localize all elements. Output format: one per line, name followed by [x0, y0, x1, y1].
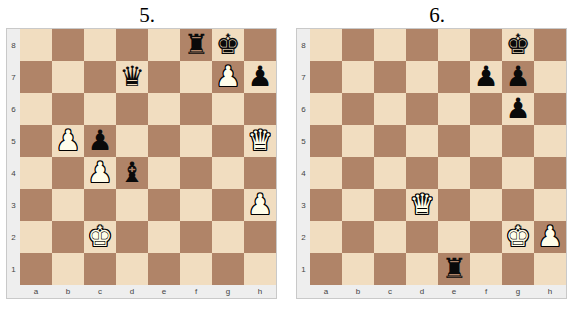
square-c1: [84, 253, 116, 285]
file-label-a: a: [20, 285, 52, 298]
square-h7: ♟: [244, 61, 276, 93]
rank-labels: 87654321: [297, 29, 310, 285]
square-a1: [310, 253, 342, 285]
square-e5: [438, 125, 470, 157]
square-e2: [438, 221, 470, 253]
square-b7: [342, 61, 374, 93]
square-d6: [406, 93, 438, 125]
square-d2: [116, 221, 148, 253]
square-d4: [406, 157, 438, 189]
square-f4: [470, 157, 502, 189]
square-e6: [438, 93, 470, 125]
square-b6: [342, 93, 374, 125]
file-label-h: h: [534, 285, 566, 298]
square-b3: [52, 189, 84, 221]
square-f2: [180, 221, 212, 253]
square-d7: ♛: [116, 61, 148, 93]
square-h8: [534, 29, 566, 61]
square-f4: [180, 157, 212, 189]
square-c4: ♟: [84, 157, 116, 189]
square-a1: [20, 253, 52, 285]
square-g5: [212, 125, 244, 157]
square-h1: [244, 253, 276, 285]
file-label-e: e: [438, 285, 470, 298]
square-e1: ♜: [438, 253, 470, 285]
square-h3: [534, 189, 566, 221]
square-d8: [116, 29, 148, 61]
square-d1: [406, 253, 438, 285]
square-f2: [470, 221, 502, 253]
square-f7: [180, 61, 212, 93]
black-pawn-icon: ♟: [247, 63, 272, 91]
square-g8: ♚: [212, 29, 244, 61]
white-pawn-icon: ♟: [537, 223, 562, 251]
square-b6: [52, 93, 84, 125]
square-c7: [84, 61, 116, 93]
rank-label-1: 1: [7, 253, 20, 285]
square-b5: [342, 125, 374, 157]
diagram-number-label: 5.: [19, 2, 275, 28]
white-king-icon: ♚: [87, 223, 112, 251]
file-labels: abcdefgh: [20, 285, 276, 298]
rank-label-2: 2: [297, 221, 310, 253]
file-label-b: b: [342, 285, 374, 298]
white-pawn-icon: ♟: [55, 127, 80, 155]
square-f8: ♜: [180, 29, 212, 61]
square-g2: ♚: [502, 221, 534, 253]
square-c6: [374, 93, 406, 125]
rank-label-6: 6: [297, 93, 310, 125]
square-e8: [148, 29, 180, 61]
square-d8: [406, 29, 438, 61]
rank-label-5: 5: [7, 125, 20, 157]
square-c2: [374, 221, 406, 253]
square-g2: [212, 221, 244, 253]
square-d3: ♛: [406, 189, 438, 221]
square-b8: [342, 29, 374, 61]
square-b2: [342, 221, 374, 253]
square-c4: [374, 157, 406, 189]
square-d3: [116, 189, 148, 221]
rank-label-3: 3: [7, 189, 20, 221]
square-a3: [20, 189, 52, 221]
white-queen-icon: ♛: [409, 191, 434, 219]
square-a4: [310, 157, 342, 189]
square-d1: [116, 253, 148, 285]
square-h3: ♟: [244, 189, 276, 221]
square-a2: [310, 221, 342, 253]
rank-label-8: 8: [297, 29, 310, 61]
square-f5: [470, 125, 502, 157]
square-d2: [406, 221, 438, 253]
square-e6: [148, 93, 180, 125]
square-d5: [116, 125, 148, 157]
file-labels: abcdefgh: [310, 285, 566, 298]
square-b1: [342, 253, 374, 285]
square-h4: [244, 157, 276, 189]
square-c5: ♟: [84, 125, 116, 157]
file-label-e: e: [148, 285, 180, 298]
square-a6: [20, 93, 52, 125]
coordinate-corner: [297, 285, 310, 298]
square-b2: [52, 221, 84, 253]
rank-label-7: 7: [7, 61, 20, 93]
black-king-icon: ♚: [215, 31, 240, 59]
square-e4: [438, 157, 470, 189]
square-h6: [244, 93, 276, 125]
square-c1: [374, 253, 406, 285]
square-h4: [534, 157, 566, 189]
square-e5: [148, 125, 180, 157]
white-pawn-icon: ♟: [215, 63, 240, 91]
square-b4: [342, 157, 374, 189]
rank-label-4: 4: [297, 157, 310, 189]
square-e3: [438, 189, 470, 221]
square-g1: [212, 253, 244, 285]
square-g4: [502, 157, 534, 189]
square-a5: [20, 125, 52, 157]
square-a8: [20, 29, 52, 61]
square-f6: [470, 93, 502, 125]
rank-label-4: 4: [7, 157, 20, 189]
square-b4: [52, 157, 84, 189]
square-b1: [52, 253, 84, 285]
square-d4: ♝: [116, 157, 148, 189]
square-g6: [212, 93, 244, 125]
square-c5: [374, 125, 406, 157]
board-squares: ♚♟♟♟♛♚♟♜: [310, 29, 566, 285]
square-h2: [244, 221, 276, 253]
file-label-g: g: [212, 285, 244, 298]
rank-label-3: 3: [297, 189, 310, 221]
file-label-b: b: [52, 285, 84, 298]
file-label-d: d: [406, 285, 438, 298]
file-label-c: c: [374, 285, 406, 298]
square-d6: [116, 93, 148, 125]
square-g7: ♟: [502, 61, 534, 93]
square-f1: [470, 253, 502, 285]
square-g3: [502, 189, 534, 221]
square-e1: [148, 253, 180, 285]
chess-board: 87654321 ♚♟♟♟♛♚♟♜ abcdefgh: [296, 28, 567, 299]
square-d7: [406, 61, 438, 93]
white-king-icon: ♚: [505, 223, 530, 251]
black-bishop-icon: ♝: [119, 159, 144, 187]
square-h8: [244, 29, 276, 61]
square-g5: [502, 125, 534, 157]
rank-label-8: 8: [7, 29, 20, 61]
square-b5: ♟: [52, 125, 84, 157]
diagram-number-label: 6.: [309, 2, 565, 28]
square-e8: [438, 29, 470, 61]
square-h5: [534, 125, 566, 157]
square-a2: [20, 221, 52, 253]
square-f5: [180, 125, 212, 157]
square-e3: [148, 189, 180, 221]
square-h7: [534, 61, 566, 93]
square-f3: [180, 189, 212, 221]
black-pawn-icon: ♟: [505, 63, 530, 91]
board-squares: ♜♚♛♟♟♟♟♛♟♝♟♚: [20, 29, 276, 285]
coordinate-corner: [7, 285, 20, 298]
white-queen-icon: ♛: [247, 127, 272, 155]
rank-label-7: 7: [297, 61, 310, 93]
square-f6: [180, 93, 212, 125]
square-g1: [502, 253, 534, 285]
chess-diagram-6: 6. 87654321 ♚♟♟♟♛♚♟♜ abcdefgh: [296, 2, 567, 309]
square-c7: [374, 61, 406, 93]
black-queen-icon: ♛: [119, 63, 144, 91]
file-label-a: a: [310, 285, 342, 298]
square-e7: [148, 61, 180, 93]
square-a6: [310, 93, 342, 125]
white-pawn-icon: ♟: [247, 191, 272, 219]
rank-labels: 87654321: [7, 29, 20, 285]
rank-label-1: 1: [297, 253, 310, 285]
square-a4: [20, 157, 52, 189]
square-e2: [148, 221, 180, 253]
black-rook-icon: ♜: [183, 31, 208, 59]
square-a8: [310, 29, 342, 61]
square-h2: ♟: [534, 221, 566, 253]
square-a7: [310, 61, 342, 93]
square-c2: ♚: [84, 221, 116, 253]
square-a5: [310, 125, 342, 157]
square-a3: [310, 189, 342, 221]
white-pawn-icon: ♟: [87, 159, 112, 187]
rank-label-2: 2: [7, 221, 20, 253]
rank-label-5: 5: [297, 125, 310, 157]
square-f1: [180, 253, 212, 285]
square-c3: [374, 189, 406, 221]
chess-board: 87654321 ♜♚♛♟♟♟♟♛♟♝♟♚ abcdefgh: [6, 28, 277, 299]
black-king-icon: ♚: [505, 31, 530, 59]
rank-label-6: 6: [7, 93, 20, 125]
file-label-d: d: [116, 285, 148, 298]
black-rook-icon: ♜: [441, 255, 466, 283]
square-d5: [406, 125, 438, 157]
square-c6: [84, 93, 116, 125]
square-b7: [52, 61, 84, 93]
square-f7: ♟: [470, 61, 502, 93]
square-g7: ♟: [212, 61, 244, 93]
square-c8: [374, 29, 406, 61]
square-a7: [20, 61, 52, 93]
black-pawn-icon: ♟: [87, 127, 112, 155]
square-f3: [470, 189, 502, 221]
square-f8: [470, 29, 502, 61]
square-c8: [84, 29, 116, 61]
square-g8: ♚: [502, 29, 534, 61]
square-g3: [212, 189, 244, 221]
square-e7: [438, 61, 470, 93]
file-label-g: g: [502, 285, 534, 298]
black-pawn-icon: ♟: [505, 95, 530, 123]
square-g4: [212, 157, 244, 189]
square-b8: [52, 29, 84, 61]
chess-diagram-5: 5. 87654321 ♜♚♛♟♟♟♟♛♟♝♟♚ abcdefgh: [6, 2, 277, 309]
file-label-f: f: [470, 285, 502, 298]
file-label-f: f: [180, 285, 212, 298]
file-label-h: h: [244, 285, 276, 298]
square-h1: [534, 253, 566, 285]
square-h5: ♛: [244, 125, 276, 157]
square-b3: [342, 189, 374, 221]
square-g6: ♟: [502, 93, 534, 125]
black-pawn-icon: ♟: [473, 63, 498, 91]
square-c3: [84, 189, 116, 221]
file-label-c: c: [84, 285, 116, 298]
square-e4: [148, 157, 180, 189]
square-h6: [534, 93, 566, 125]
